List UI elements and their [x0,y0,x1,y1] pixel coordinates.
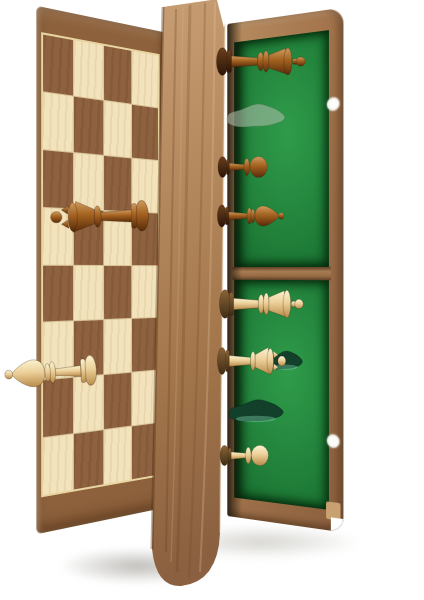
board-square [132,318,158,372]
floor-shadow-board [60,548,215,584]
floor-shadow-lid [180,526,360,558]
magnet-hole-top [327,97,340,111]
spine-grain [200,2,215,572]
board-square [104,101,131,158]
lid-corner-gap [331,517,344,532]
magnet-hole-bottom [327,434,340,449]
board-square [74,265,103,320]
storage-lid [227,8,343,533]
board-square [132,266,158,319]
board-square [132,371,158,426]
board-square [74,153,103,210]
board-square [104,373,131,429]
board-square [132,423,158,479]
board-square [132,51,158,107]
board-square [43,322,73,380]
spine-grain [177,5,190,572]
board-square [43,150,73,208]
lid-hinge-shadow [227,22,242,518]
board-square [132,158,158,212]
scene [0,0,424,600]
board-square [43,92,73,151]
board-square [43,35,73,96]
lid-divider [232,267,330,280]
board-square [43,208,73,265]
board-square [43,265,73,322]
board-square [74,97,103,155]
board-square [74,40,103,99]
spine-grain [166,9,176,552]
board-inner-border [41,32,159,497]
board-square [104,319,131,374]
spine-grain [171,7,183,562]
board-square [104,427,131,485]
board-square [74,430,103,489]
board-square [74,375,103,433]
felt-top-compartment [234,30,329,267]
board-square [43,434,73,495]
felt-bottom-compartment [234,280,329,510]
board-square [104,211,131,265]
board-square [74,320,103,376]
board-square [43,378,73,437]
board-square [104,156,131,211]
board-square [132,212,158,265]
board-left-leaf [36,6,166,534]
spine-grain [189,3,205,578]
chess-grid [43,35,158,495]
board-square [132,105,158,160]
board-square [74,209,103,264]
board-square [104,265,131,319]
board-square [104,46,131,104]
spine-right-edge-highlight [220,13,225,533]
